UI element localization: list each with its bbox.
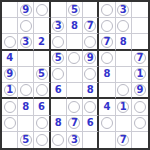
odd-circle: 3 — [68, 134, 80, 146]
odd-circle: 7 — [101, 36, 113, 48]
odd-circle — [68, 101, 80, 113]
cell-r1c2[interactable]: 9 — [18, 2, 34, 18]
odd-circle: 7 — [68, 117, 80, 129]
given-digit: 5 — [22, 135, 29, 145]
cell-r5c3[interactable]: 5 — [34, 67, 50, 83]
cell-r3c5[interactable] — [67, 34, 83, 50]
given-digit: 1 — [120, 102, 127, 112]
cell-r7c7[interactable]: 4 — [99, 99, 115, 115]
cell-r7c6[interactable] — [83, 99, 99, 115]
cell-r2c1[interactable] — [2, 18, 18, 34]
given-digit: 3 — [71, 135, 78, 145]
given-digit: 3 — [22, 37, 29, 47]
odd-circle — [52, 68, 64, 80]
cell-r2c8[interactable] — [116, 18, 132, 34]
odd-circle — [36, 4, 48, 16]
given-digit: 1 — [136, 69, 143, 79]
odd-circle: 9 — [84, 52, 96, 64]
odd-circle: 1 — [4, 84, 16, 96]
cell-r6c8[interactable] — [116, 83, 132, 99]
cell-r6c7[interactable] — [99, 83, 115, 99]
given-digit: 5 — [71, 5, 78, 15]
given-digit: 6 — [55, 85, 62, 95]
cell-r4c2[interactable] — [18, 51, 34, 67]
cell-r2c9[interactable] — [132, 18, 148, 34]
given-digit: 8 — [71, 21, 78, 31]
cell-r9c9[interactable] — [132, 132, 148, 148]
given-digit: 5 — [38, 69, 45, 79]
cell-r4c5[interactable] — [67, 51, 83, 67]
cell-r3c4[interactable] — [51, 34, 67, 50]
given-digit: 7 — [103, 37, 110, 47]
odd-circle: 3 — [117, 4, 129, 16]
cell-r7c2[interactable]: 8 — [18, 99, 34, 115]
cell-r4c4[interactable]: 5 — [51, 51, 67, 67]
cell-r9c5[interactable]: 3 — [67, 132, 83, 148]
given-digit: 8 — [55, 118, 62, 128]
cell-r3c1[interactable] — [2, 34, 18, 50]
cell-r7c4[interactable] — [51, 99, 67, 115]
cell-r1c7[interactable] — [99, 2, 115, 18]
cell-r4c9[interactable]: 7 — [132, 51, 148, 67]
cell-r5c7[interactable]: 8 — [99, 67, 115, 83]
cell-r3c8[interactable]: 8 — [116, 34, 132, 50]
odd-circle — [52, 134, 64, 146]
cell-r6c5[interactable] — [67, 83, 83, 99]
cell-r4c8[interactable] — [116, 51, 132, 67]
cell-r4c6[interactable]: 9 — [83, 51, 99, 67]
given-digit: 9 — [22, 5, 29, 15]
given-digit: 2 — [38, 37, 45, 47]
cell-r2c5[interactable]: 8 — [67, 18, 83, 34]
odd-circle: 3 — [52, 20, 64, 32]
cell-r7c1[interactable] — [2, 99, 18, 115]
odd-circle: 5 — [52, 52, 64, 64]
cell-r5c8[interactable] — [116, 67, 132, 83]
odd-circle: 9 — [20, 4, 32, 16]
odd-circle — [84, 68, 96, 80]
cell-r5c5[interactable] — [67, 67, 83, 83]
odd-circle: 7 — [84, 20, 96, 32]
cell-r2c7[interactable] — [99, 18, 115, 34]
cell-r9c6[interactable] — [83, 132, 99, 148]
cell-r8c9[interactable] — [132, 116, 148, 132]
odd-circle — [52, 36, 64, 48]
cell-r1c9[interactable] — [132, 2, 148, 18]
cell-r8c2[interactable] — [18, 116, 34, 132]
cell-r7c3[interactable]: 6 — [34, 99, 50, 115]
given-digit: 4 — [103, 102, 110, 112]
cell-r6c9[interactable]: 9 — [132, 83, 148, 99]
cell-r9c3[interactable] — [34, 132, 50, 148]
odd-circle — [101, 117, 113, 129]
cell-r6c4[interactable]: 6 — [51, 83, 67, 99]
odd-circle: 7 — [134, 52, 146, 64]
cell-r9c7[interactable] — [99, 132, 115, 148]
cell-r8c1[interactable] — [2, 116, 18, 132]
cell-r6c2[interactable] — [18, 83, 34, 99]
cell-r4c7[interactable] — [99, 51, 115, 67]
cell-r8c8[interactable] — [116, 116, 132, 132]
cell-r5c9[interactable]: 1 — [132, 67, 148, 83]
given-digit: 8 — [87, 85, 94, 95]
cell-r5c1[interactable]: 9 — [2, 67, 18, 83]
given-digit: 5 — [55, 53, 62, 63]
given-digit: 8 — [120, 37, 127, 47]
cell-r8c5[interactable]: 7 — [67, 116, 83, 132]
odd-circle — [134, 117, 146, 129]
given-digit: 9 — [87, 53, 94, 63]
given-digit: 4 — [6, 53, 13, 63]
given-digit: 7 — [136, 53, 143, 63]
cell-r5c2[interactable] — [18, 67, 34, 83]
cell-r8c6[interactable]: 6 — [83, 116, 99, 132]
odd-circle — [4, 117, 16, 129]
odd-circle — [134, 101, 146, 113]
cell-r1c3[interactable] — [34, 2, 50, 18]
cell-r7c9[interactable] — [132, 99, 148, 115]
odd-circle: 9 — [134, 84, 146, 96]
odd-circle — [101, 52, 113, 64]
cell-r9c2[interactable]: 5 — [18, 132, 34, 148]
cell-r2c4[interactable]: 3 — [51, 18, 67, 34]
odd-circle: 3 — [20, 36, 32, 48]
cell-r3c6[interactable] — [83, 34, 99, 50]
odd-circle: 9 — [4, 68, 16, 80]
cell-r1c5[interactable]: 5 — [67, 2, 83, 18]
cell-r4c1[interactable]: 4 — [2, 51, 18, 67]
cell-r3c7[interactable]: 7 — [99, 34, 115, 50]
odd-circle: 7 — [117, 134, 129, 146]
cell-r5c4[interactable] — [51, 67, 67, 83]
cell-r7c5[interactable] — [67, 99, 83, 115]
odd-circle — [68, 52, 80, 64]
odd-circle — [36, 84, 48, 96]
cell-r8c3[interactable] — [34, 116, 50, 132]
given-digit: 9 — [6, 69, 13, 79]
cell-r1c6[interactable] — [83, 2, 99, 18]
given-digit: 6 — [87, 118, 94, 128]
cell-r3c3[interactable]: 2 — [34, 34, 50, 50]
cell-r1c8[interactable]: 3 — [116, 2, 132, 18]
odd-circle — [4, 101, 16, 113]
odd-circle — [20, 84, 32, 96]
odd-circle — [101, 20, 113, 32]
given-digit: 3 — [120, 5, 127, 15]
odd-circle: 5 — [20, 134, 32, 146]
cell-r9c1[interactable] — [2, 132, 18, 148]
given-digit: 3 — [55, 21, 62, 31]
cell-r8c4[interactable]: 8 — [51, 116, 67, 132]
given-digit: 7 — [120, 135, 127, 145]
cell-r3c2[interactable]: 3 — [18, 34, 34, 50]
odd-circle — [36, 134, 48, 146]
given-digit: 1 — [6, 85, 13, 95]
odd-circle: 1 — [117, 101, 129, 113]
odd-circle — [20, 20, 32, 32]
given-digit: 8 — [103, 69, 110, 79]
odd-circle: 5 — [36, 68, 48, 80]
cell-r1c1[interactable] — [2, 2, 18, 18]
given-digit: 7 — [71, 118, 78, 128]
cell-r9c8[interactable]: 7 — [116, 132, 132, 148]
given-digit: 6 — [38, 102, 45, 112]
cell-r4c3[interactable] — [34, 51, 50, 67]
cell-r2c3[interactable] — [34, 18, 50, 34]
cell-r2c2[interactable] — [18, 18, 34, 34]
odd-circle: 5 — [68, 4, 80, 16]
given-digit: 9 — [136, 85, 143, 95]
cell-r1c4[interactable] — [51, 2, 67, 18]
cell-r6c3[interactable] — [34, 83, 50, 99]
cell-r2c6[interactable]: 7 — [83, 18, 99, 34]
odd-circle — [36, 117, 48, 129]
odd-circle — [84, 101, 96, 113]
sudoku-board: 95338732784597958116898641876537 — [0, 0, 150, 150]
odd-circle — [117, 84, 129, 96]
cell-r7c8[interactable]: 1 — [116, 99, 132, 115]
cell-r9c4[interactable] — [51, 132, 67, 148]
odd-circle — [117, 20, 129, 32]
odd-circle — [4, 36, 16, 48]
given-digit: 7 — [87, 21, 94, 31]
cell-r5c6[interactable] — [83, 67, 99, 83]
odd-circle — [84, 36, 96, 48]
given-digit: 8 — [22, 102, 29, 112]
odd-circle: 1 — [134, 68, 146, 80]
cell-r6c1[interactable]: 1 — [2, 83, 18, 99]
cell-r6c6[interactable]: 8 — [83, 83, 99, 99]
odd-circle — [101, 4, 113, 16]
cell-r8c7[interactable] — [99, 116, 115, 132]
cell-r3c9[interactable] — [132, 34, 148, 50]
